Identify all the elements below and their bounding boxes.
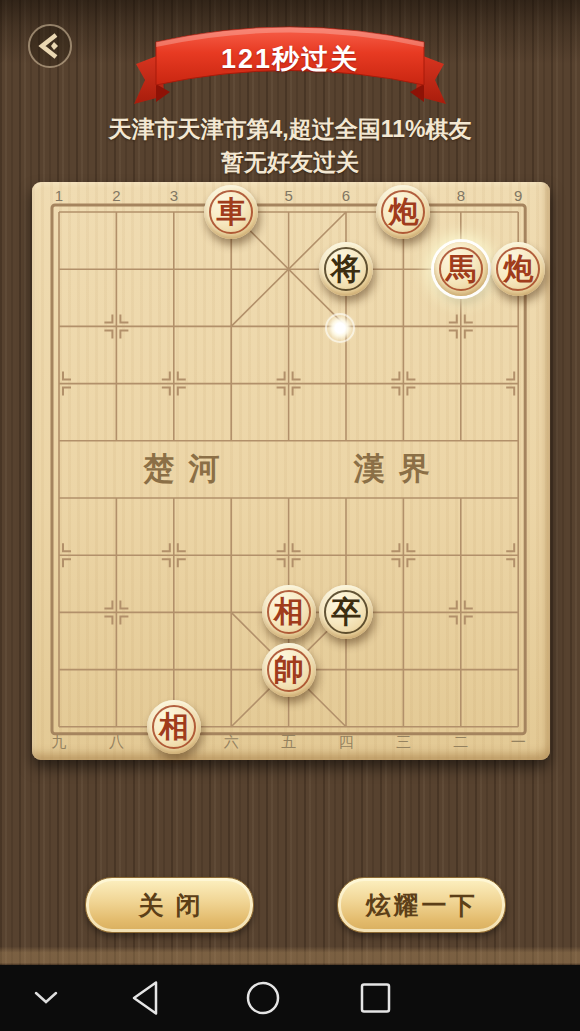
piece-character: 炮 [503,254,533,284]
grid-line [449,314,457,322]
grid-line [293,543,301,551]
grid-line [506,372,514,380]
result-screen: 121秒过关 天津市天津市第4,超过全国11%棋友 暂无好友过关 楚河 漢界 1… [0,0,580,1031]
grid-line [449,330,457,338]
back-button-ring [29,25,71,67]
grid-line [162,559,170,567]
grid-line [162,388,170,396]
grid-line [63,559,71,567]
grid-line [120,314,128,322]
piece-character: 炮 [388,197,418,227]
grid-line [465,330,473,338]
back-button[interactable] [27,23,73,69]
back-triangle-icon[interactable] [134,983,156,1014]
grid-line [391,559,399,567]
file-label-bottom: 三 [396,733,411,752]
grid-line [63,372,71,380]
grid-line [407,388,415,396]
piece-black[interactable]: 将 [319,242,373,296]
xiangqi-board[interactable]: 楚河 漢界 123456789 九八七六五四三二一 車炮将馬炮相卒帥相 [32,182,550,760]
grid-line [63,543,71,551]
piece-character: 相 [274,597,304,627]
grid-line [506,388,514,396]
file-label-bottom: 一 [511,733,526,752]
grid-line [104,616,112,624]
file-label-top: 3 [170,187,178,204]
ribbon-title: 121秒过关 [130,44,450,74]
grid-line [391,543,399,551]
rank-text: 天津市天津市第4,超过全国11%棋友 [0,114,580,145]
file-label-bottom: 九 [52,733,67,752]
piece-character: 車 [216,197,246,227]
grid-line [465,600,473,608]
file-label-top: 8 [457,187,465,204]
grid-line [277,388,285,396]
grid-line [162,372,170,380]
piece-red[interactable]: 帥 [262,643,316,697]
grid-line [391,372,399,380]
file-label-top: 2 [112,187,120,204]
piece-character: 帥 [274,655,304,685]
grid-line [449,600,457,608]
piece-red[interactable]: 馬 [434,242,488,296]
piece-character: 相 [159,712,189,742]
file-label-top: 6 [342,187,350,204]
river-text-right: 漢界 [347,448,444,490]
grid-line [293,388,301,396]
file-label-bottom: 六 [224,733,239,752]
grid-line [449,616,457,624]
grid-line [120,616,128,624]
grid-line [277,372,285,380]
grid-line [407,543,415,551]
grid-line [293,372,301,380]
home-circle-icon[interactable] [248,983,278,1013]
show-off-button[interactable]: 炫耀一下 [337,877,506,933]
piece-red[interactable]: 炮 [491,242,545,296]
file-label-top: 9 [514,187,522,204]
grid-line [506,543,514,551]
grid-line [178,543,186,551]
piece-red[interactable]: 相 [147,700,201,754]
piece-character: 将 [331,254,361,284]
grid-line [178,559,186,567]
android-nav-bar [0,965,580,1031]
grid-line [277,559,285,567]
grid-line [162,543,170,551]
grid-line [407,559,415,567]
recents-square-icon[interactable] [362,985,389,1012]
friends-text: 暂无好友过关 [0,147,580,178]
grid-line [293,559,301,567]
grid-line [407,372,415,380]
grid-line [104,330,112,338]
close-button[interactable]: 关闭 [85,877,254,933]
piece-red[interactable]: 相 [262,585,316,639]
river-text-left: 楚河 [137,448,234,490]
piece-red[interactable]: 炮 [376,185,430,239]
collapse-chevron-icon[interactable] [36,993,56,1002]
grid-line [178,372,186,380]
grid-line [104,314,112,322]
grid-line [277,543,285,551]
file-label-top: 1 [55,187,63,204]
grid-line [391,388,399,396]
grid-line [465,314,473,322]
grid-line [178,388,186,396]
grid-line [120,600,128,608]
piece-black[interactable]: 卒 [319,585,373,639]
file-label-bottom: 五 [281,733,296,752]
grid-line [465,616,473,624]
piece-character: 卒 [331,597,361,627]
grid-line [63,388,71,396]
grid-line [120,330,128,338]
file-label-top: 5 [284,187,292,204]
piece-character: 馬 [446,254,476,284]
sparkle-flash-icon [322,310,358,346]
file-label-bottom: 四 [339,733,354,752]
file-label-bottom: 二 [453,733,468,752]
grid-line [104,600,112,608]
file-label-bottom: 八 [109,733,124,752]
piece-red[interactable]: 車 [204,185,258,239]
grid-line [506,559,514,567]
